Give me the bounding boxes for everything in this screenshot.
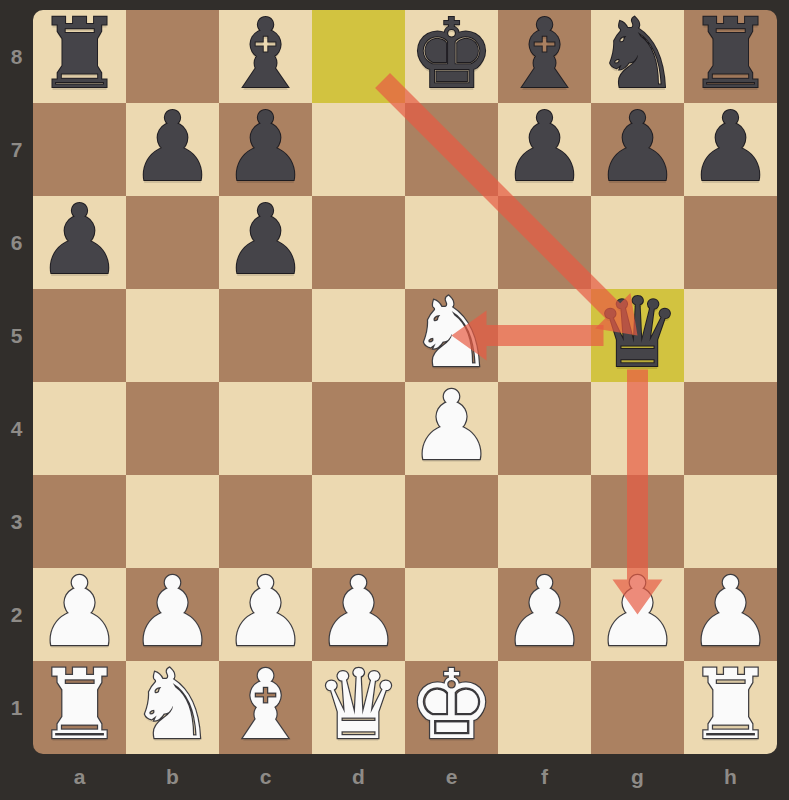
square-f6[interactable] (498, 196, 591, 289)
square-b3[interactable] (126, 475, 219, 568)
square-g6[interactable] (591, 196, 684, 289)
square-d7[interactable] (312, 103, 405, 196)
square-d4[interactable] (312, 382, 405, 475)
square-a4[interactable] (33, 382, 126, 475)
square-e2[interactable] (405, 568, 498, 661)
rank-label-7: 7 (0, 103, 33, 196)
square-c2[interactable]: ♟ (219, 568, 312, 661)
rank-label-5: 5 (0, 289, 33, 382)
black-queen-g5[interactable]: ♛ (594, 287, 680, 380)
square-c6[interactable]: ♟ (219, 196, 312, 289)
square-g1[interactable] (591, 661, 684, 754)
square-a8[interactable]: ♜ (33, 10, 126, 103)
square-f2[interactable]: ♟ (498, 568, 591, 661)
square-h6[interactable] (684, 196, 777, 289)
white-rook-h1[interactable]: ♜ (687, 659, 773, 752)
square-e8[interactable]: ♚ (405, 10, 498, 103)
square-b5[interactable] (126, 289, 219, 382)
white-queen-d1[interactable]: ♛ (315, 659, 401, 752)
white-pawn-b2[interactable]: ♟ (129, 566, 215, 659)
white-pawn-h2[interactable]: ♟ (687, 566, 773, 659)
square-d3[interactable] (312, 475, 405, 568)
square-h8[interactable]: ♜ (684, 10, 777, 103)
rank-label-6: 6 (0, 196, 33, 289)
square-b8[interactable] (126, 10, 219, 103)
white-knight-b1[interactable]: ♞ (129, 659, 215, 752)
square-h2[interactable]: ♟ (684, 568, 777, 661)
board: ♜♝♚♝♞♜♟♟♟♟♟♟♟♞♛♟♟♟♟♟♟♟♟♜♞♝♛♚♜ (33, 10, 777, 754)
black-pawn-g7[interactable]: ♟ (594, 101, 680, 194)
file-label-b: b (126, 754, 219, 800)
file-label-g: g (591, 754, 684, 800)
square-e3[interactable] (405, 475, 498, 568)
square-h5[interactable] (684, 289, 777, 382)
square-f3[interactable] (498, 475, 591, 568)
square-d6[interactable] (312, 196, 405, 289)
square-b6[interactable] (126, 196, 219, 289)
white-pawn-g2[interactable]: ♟ (594, 566, 680, 659)
file-label-a: a (33, 754, 126, 800)
square-d1[interactable]: ♛ (312, 661, 405, 754)
square-a2[interactable]: ♟ (33, 568, 126, 661)
square-c3[interactable] (219, 475, 312, 568)
square-g3[interactable] (591, 475, 684, 568)
black-pawn-c6[interactable]: ♟ (222, 194, 308, 287)
file-label-h: h (684, 754, 777, 800)
square-b7[interactable]: ♟ (126, 103, 219, 196)
square-e4[interactable]: ♟ (405, 382, 498, 475)
black-bishop-f8[interactable]: ♝ (501, 10, 587, 101)
black-knight-g8[interactable]: ♞ (594, 10, 680, 101)
black-pawn-c7[interactable]: ♟ (222, 101, 308, 194)
black-bishop-c8[interactable]: ♝ (222, 10, 308, 101)
square-a3[interactable] (33, 475, 126, 568)
file-labels: abcdefgh (33, 754, 777, 800)
white-bishop-c1[interactable]: ♝ (222, 659, 308, 752)
square-a6[interactable]: ♟ (33, 196, 126, 289)
black-pawn-f7[interactable]: ♟ (501, 101, 587, 194)
square-b1[interactable]: ♞ (126, 661, 219, 754)
white-pawn-c2[interactable]: ♟ (222, 566, 308, 659)
square-a7[interactable] (33, 103, 126, 196)
rank-labels: 87654321 (0, 10, 33, 754)
square-d2[interactable]: ♟ (312, 568, 405, 661)
square-h7[interactable]: ♟ (684, 103, 777, 196)
white-king-e1[interactable]: ♚ (408, 659, 494, 752)
black-king-e8[interactable]: ♚ (408, 10, 494, 101)
square-h4[interactable] (684, 382, 777, 475)
square-e5[interactable]: ♞ (405, 289, 498, 382)
white-rook-a1[interactable]: ♜ (36, 659, 122, 752)
black-rook-h8[interactable]: ♜ (687, 10, 773, 101)
square-f8[interactable]: ♝ (498, 10, 591, 103)
square-c1[interactable]: ♝ (219, 661, 312, 754)
white-pawn-d2[interactable]: ♟ (315, 566, 401, 659)
square-e1[interactable]: ♚ (405, 661, 498, 754)
black-pawn-b7[interactable]: ♟ (129, 101, 215, 194)
rank-label-8: 8 (0, 10, 33, 103)
white-pawn-e4[interactable]: ♟ (408, 380, 494, 473)
rank-label-1: 1 (0, 661, 33, 754)
square-f4[interactable] (498, 382, 591, 475)
square-d5[interactable] (312, 289, 405, 382)
square-c4[interactable] (219, 382, 312, 475)
square-a1[interactable]: ♜ (33, 661, 126, 754)
square-c8[interactable]: ♝ (219, 10, 312, 103)
square-g8[interactable]: ♞ (591, 10, 684, 103)
rank-label-2: 2 (0, 568, 33, 661)
black-pawn-h7[interactable]: ♟ (687, 101, 773, 194)
chess-app-background: 87654321 ♜♝♚♝♞♜♟♟♟♟♟♟♟♞♛♟♟♟♟♟♟♟♟♜♞♝♛♚♜ a… (0, 0, 789, 800)
white-pawn-a2[interactable]: ♟ (36, 566, 122, 659)
file-label-e: e (405, 754, 498, 800)
square-f5[interactable] (498, 289, 591, 382)
square-a5[interactable] (33, 289, 126, 382)
square-g2[interactable]: ♟ (591, 568, 684, 661)
file-label-d: d (312, 754, 405, 800)
square-h1[interactable]: ♜ (684, 661, 777, 754)
square-f1[interactable] (498, 661, 591, 754)
square-g4[interactable] (591, 382, 684, 475)
board-container: ♜♝♚♝♞♜♟♟♟♟♟♟♟♞♛♟♟♟♟♟♟♟♟♜♞♝♛♚♜ (33, 10, 777, 754)
rank-label-4: 4 (0, 382, 33, 475)
black-pawn-a6[interactable]: ♟ (36, 194, 122, 287)
file-label-f: f (498, 754, 591, 800)
white-pawn-f2[interactable]: ♟ (501, 566, 587, 659)
square-b4[interactable] (126, 382, 219, 475)
rank-label-3: 3 (0, 475, 33, 568)
square-c5[interactable] (219, 289, 312, 382)
square-f7[interactable]: ♟ (498, 103, 591, 196)
square-h3[interactable] (684, 475, 777, 568)
square-c7[interactable]: ♟ (219, 103, 312, 196)
square-b2[interactable]: ♟ (126, 568, 219, 661)
square-d8[interactable] (312, 10, 405, 103)
square-g7[interactable]: ♟ (591, 103, 684, 196)
file-label-c: c (219, 754, 312, 800)
black-rook-a8[interactable]: ♜ (36, 10, 122, 101)
square-g5[interactable]: ♛ (591, 289, 684, 382)
white-knight-e5[interactable]: ♞ (408, 287, 494, 380)
square-e6[interactable] (405, 196, 498, 289)
square-e7[interactable] (405, 103, 498, 196)
